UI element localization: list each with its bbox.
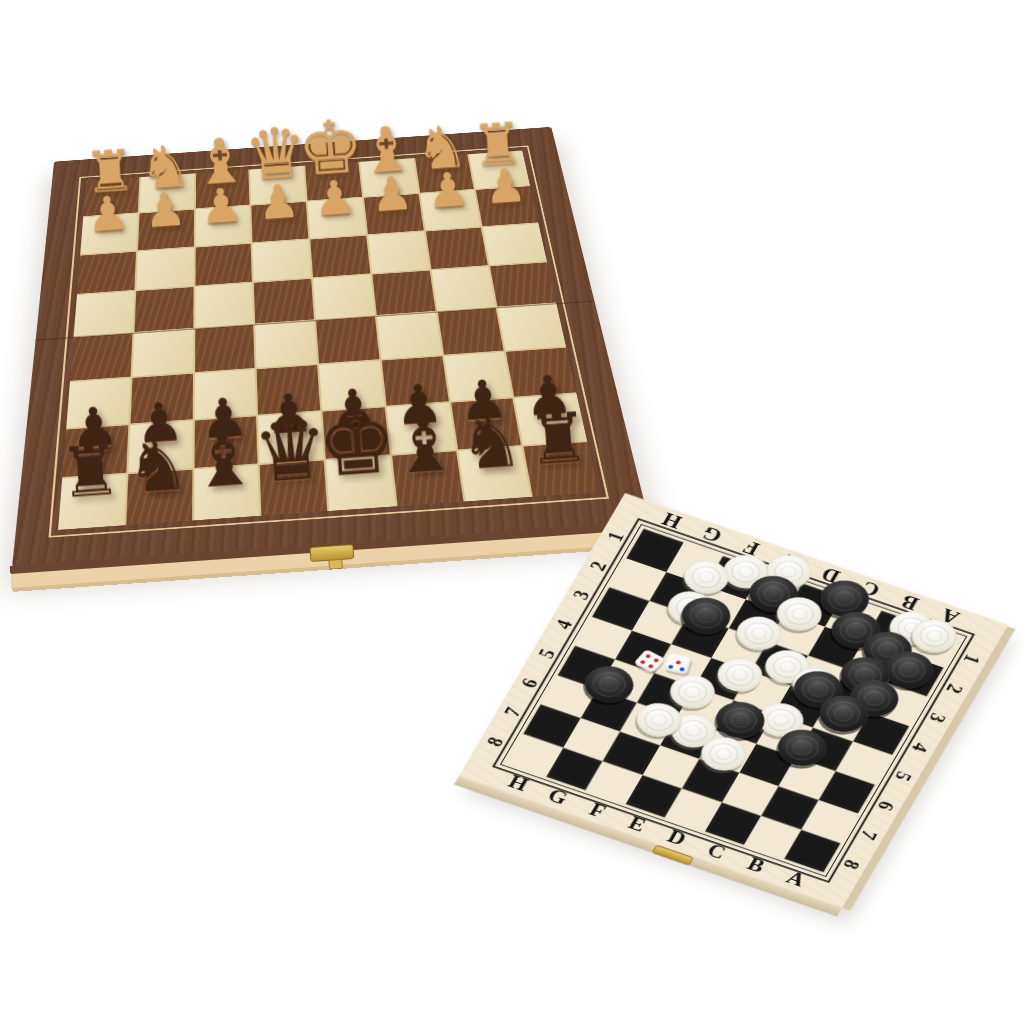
chess-piece-light-p: ♟ [199, 181, 244, 231]
die-pip [645, 654, 652, 659]
chess-piece-light-p: ♟ [256, 177, 301, 227]
chess-piece-dark-b: ♝ [388, 406, 461, 486]
die-pip [668, 665, 674, 669]
chess-piece-dark-r: ♜ [525, 403, 591, 476]
chess-clasp-pin [328, 559, 343, 570]
die-pip [647, 664, 654, 669]
chess-piece-dark-n: ♞ [123, 429, 191, 504]
chess-piece-light-p: ♟ [482, 162, 527, 212]
die-pip [676, 660, 682, 664]
chess-piece-light-p: ♟ [369, 169, 414, 219]
chess-piece-light-p: ♟ [85, 189, 130, 239]
chess-board: ♜♞♝♛♚♝♞♜♟♟♟♟♟♟♟♟♟♟♟♟♟♟♟♟♜♞♝♛♚♝♞♜ [12, 127, 650, 568]
chess-piece-light-p: ♟ [426, 165, 471, 215]
checkers-brass-clasp [652, 845, 694, 866]
chess-piece-dark-b: ♝ [188, 420, 261, 500]
chess-piece-dark-r: ♜ [58, 436, 124, 509]
die-pip [679, 667, 685, 671]
chess-piece-dark-n: ♞ [457, 405, 525, 480]
product-photo-stage: ♜♞♝♛♚♝♞♜♟♟♟♟♟♟♟♟♟♟♟♟♟♟♟♟♜♞♝♛♚♝♞♜ HH11GG2… [0, 0, 1024, 1024]
chess-piece-light-p: ♟ [312, 173, 357, 223]
die-pip [640, 660, 647, 665]
chess-piece-light-p: ♟ [142, 185, 187, 235]
chess-piece-dark-k: ♚ [315, 397, 400, 491]
die-pip [653, 658, 660, 663]
